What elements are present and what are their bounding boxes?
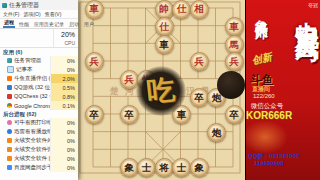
window-titlebar[interactable]: 任务管理器 <box>0 0 78 10</box>
process-name-cell: 百度网盘同步千... <box>0 164 50 171</box>
process-name-cell: 火绒安全软件弹... <box>0 146 50 153</box>
huorong-icon <box>7 147 12 152</box>
cpu-value-cell: 0.8% <box>50 92 78 101</box>
huorong-icon <box>7 138 12 143</box>
task-manager-window: 任务管理器 文件(F)选项(O)查看(V) 进程性能应用历史记录启动用户 20%… <box>0 0 78 180</box>
tab-0[interactable]: 进程 <box>3 18 15 28</box>
piece-卒-black[interactable]: 卒 <box>85 105 104 124</box>
piece-車-red[interactable]: 車 <box>225 17 244 36</box>
cpu-value-cell: 0% <box>50 65 78 74</box>
piece-卒-black[interactable]: 卒 <box>225 105 244 124</box>
webcam-dot-overlay <box>217 71 245 99</box>
cpu-total-percent: 20% <box>61 31 75 38</box>
window-title: 任务管理器 <box>9 1 39 10</box>
piece-兵-red[interactable]: 兵 <box>85 52 104 71</box>
cpu-value-cell: 0% <box>50 118 78 127</box>
process-name-cell: 火绒安全软件 |... <box>0 155 50 162</box>
cpu-value-cell: 0% <box>50 163 78 172</box>
section-header: 应用 (6) <box>0 49 22 55</box>
cpu-column-label: CPU <box>64 40 75 46</box>
chrome-icon <box>7 103 12 108</box>
slogan-text: 创新 <box>251 50 273 68</box>
cpu-value-cell: 0.1% <box>50 101 78 110</box>
process-name-cell: 斗鱼直播伴侣 (32... <box>0 75 50 82</box>
process-name-cell: 任务管理器 <box>0 57 50 64</box>
table-row[interactable]: 火绒安全软件弹...0% <box>0 145 78 154</box>
xiangqi-board[interactable]: 楚河 汉界 車帥仕相仕車車馬兵兵兵兵炮卒炮卒卒車卒炮象士将士象 吃 <box>78 0 245 180</box>
menu-item-2[interactable]: 查看(V) <box>45 11 62 17</box>
brand-name: 象棋大师 <box>252 8 270 20</box>
huorong-icon <box>7 156 12 161</box>
notepad-icon <box>7 66 14 73</box>
cpu-value-cell: 0% <box>50 136 78 145</box>
capture-label: 吃 <box>145 71 177 112</box>
baidu-icon <box>7 165 12 170</box>
process-name-cell: 迅雷看看播放组... <box>0 128 50 135</box>
table-row[interactable]: Google Chrome0.1% <box>0 101 78 110</box>
stream-title: 中炮对屏风马 <box>295 2 319 26</box>
piece-象-black[interactable]: 象 <box>120 158 139 177</box>
process-name-cell: Google Chrome <box>0 103 50 109</box>
table-row[interactable]: 可牛看图打印组...0% <box>0 118 78 127</box>
piece-象-black[interactable]: 象 <box>190 158 209 177</box>
room-number: 122/260 <box>253 93 275 99</box>
banner-glow <box>242 120 288 154</box>
capture-effect: 吃 <box>136 66 186 116</box>
table-row[interactable]: QQ游戏 (32 位)0.5% <box>0 83 78 92</box>
piece-卒-black[interactable]: 卒 <box>190 88 209 107</box>
piece-馬-red[interactable]: 馬 <box>225 35 244 54</box>
promo-banner: 夺冠 象棋大师 创新 斗鱼 直播间 122/260 微信公众号 KOR666R … <box>246 0 320 180</box>
process-name-cell: 可牛看图打印组... <box>0 119 50 126</box>
tab-1[interactable]: 性能 <box>18 20 30 28</box>
cpu-value-cell: 0% <box>50 154 78 163</box>
cpu-value-cell: 0% <box>50 56 78 65</box>
piece-帥-red[interactable]: 帥 <box>155 0 174 19</box>
qq-group-line2: 113650898 <box>254 160 284 166</box>
cpu-value-cell: 0.5% <box>50 83 78 92</box>
piece-卒-black[interactable]: 卒 <box>120 105 139 124</box>
process-list: 应用 (6)任务管理器0%记事本0%斗鱼直播伴侣 (32...2.0%QQ游戏 … <box>0 48 78 172</box>
qq-game-icon <box>7 85 12 90</box>
table-row[interactable]: 火绒安全软件 |...0% <box>0 154 78 163</box>
piece-仕-red[interactable]: 仕 <box>172 0 191 19</box>
section-header: 后台进程 (62) <box>0 111 36 117</box>
menu-item-1[interactable]: 选项(O) <box>23 11 40 17</box>
tab-2[interactable]: 应用历史记录 <box>33 20 65 28</box>
piece-仕-red[interactable]: 仕 <box>155 17 174 36</box>
menu-item-0[interactable]: 文件(F) <box>3 11 19 17</box>
column-divider <box>53 29 54 47</box>
task-manager-icon <box>7 58 12 63</box>
process-name-cell: 记事本 <box>0 66 50 73</box>
cpu-value-cell: 0% <box>50 127 78 136</box>
piece-将-black[interactable]: 将 <box>155 158 174 177</box>
keniu-icon <box>7 120 12 125</box>
piece-兵-red[interactable]: 兵 <box>190 52 209 71</box>
table-row[interactable]: 迅雷看看播放组...0% <box>0 127 78 136</box>
table-row[interactable]: 火绒安全软件外...0% <box>0 136 78 145</box>
tab-3[interactable]: 启动 <box>68 20 80 28</box>
process-name-cell: QQChess (32 位) <box>0 93 50 100</box>
task-manager-app-icon <box>2 3 7 8</box>
table-row[interactable]: QQChess (32 位)0.8% <box>0 92 78 101</box>
table-row[interactable]: 记事本0% <box>0 65 78 74</box>
douyu-icon <box>7 76 12 81</box>
process-name-cell: QQ游戏 (32 位) <box>0 84 50 91</box>
piece-相-red[interactable]: 相 <box>190 0 209 19</box>
xunlei-icon <box>7 129 12 134</box>
cpu-value-cell: 2.0% <box>50 74 78 83</box>
tab-4[interactable]: 用户 <box>83 20 95 28</box>
qq-chess-icon <box>7 94 12 99</box>
piece-車-black[interactable]: 車 <box>155 35 174 54</box>
process-name-cell: 火绒安全软件外... <box>0 137 50 144</box>
tab-bar: 进程性能应用历史记录启动用户 <box>0 19 78 29</box>
piece-車-red[interactable]: 車 <box>85 0 104 19</box>
table-row[interactable]: 斗鱼直播伴侣 (32...2.0% <box>0 74 78 83</box>
table-row[interactable]: 百度网盘同步千...0% <box>0 163 78 172</box>
piece-兵-red[interactable]: 兵 <box>225 52 244 71</box>
column-header[interactable]: 20% CPU <box>0 29 78 48</box>
table-row[interactable]: 任务管理器0% <box>0 56 78 65</box>
cpu-value-cell: 0% <box>50 145 78 154</box>
